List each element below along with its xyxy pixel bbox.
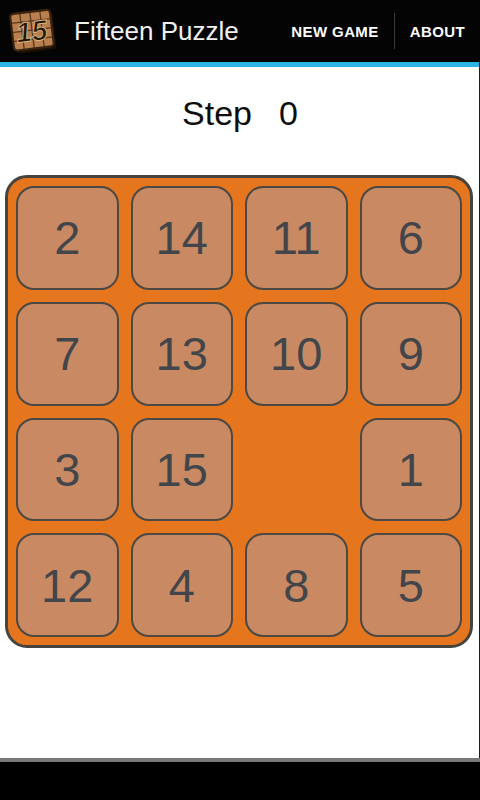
tile-3[interactable]: 3 — [16, 418, 119, 522]
tile-15[interactable]: 15 — [131, 418, 234, 522]
system-nav-bar — [0, 758, 480, 800]
tile-4[interactable]: 4 — [131, 533, 234, 637]
tile-5[interactable]: 5 — [360, 533, 463, 637]
tile-2[interactable]: 2 — [16, 186, 119, 290]
tile-14[interactable]: 14 — [131, 186, 234, 290]
puzzle-board: 2 14 11 6 7 13 10 9 3 15 1 12 4 8 5 — [5, 175, 473, 648]
tile-12[interactable]: 12 — [16, 533, 119, 637]
tile-13[interactable]: 13 — [131, 302, 234, 406]
tile-empty-cell — [245, 418, 348, 522]
tile-11[interactable]: 11 — [245, 186, 348, 290]
action-bar-accent-underline — [0, 62, 480, 67]
about-button[interactable]: ABOUT — [395, 0, 480, 62]
tile-1[interactable]: 1 — [360, 418, 463, 522]
tile-9[interactable]: 9 — [360, 302, 463, 406]
tile-6[interactable]: 6 — [360, 186, 463, 290]
step-value: 0 — [279, 94, 298, 132]
step-counter: Step0 — [0, 95, 480, 131]
app-screen: 15 Fifteen Puzzle NEW GAME ABOUT Step0 2… — [0, 0, 480, 800]
svg-text:15: 15 — [14, 14, 49, 49]
action-bar: 15 Fifteen Puzzle NEW GAME ABOUT — [0, 0, 480, 62]
step-label: Step — [182, 94, 252, 132]
fifteen-puzzle-app-icon: 15 — [8, 5, 60, 57]
new-game-button[interactable]: NEW GAME — [276, 0, 393, 62]
tile-7[interactable]: 7 — [16, 302, 119, 406]
app-title: Fifteen Puzzle — [74, 16, 276, 47]
tile-10[interactable]: 10 — [245, 302, 348, 406]
tile-8[interactable]: 8 — [245, 533, 348, 637]
